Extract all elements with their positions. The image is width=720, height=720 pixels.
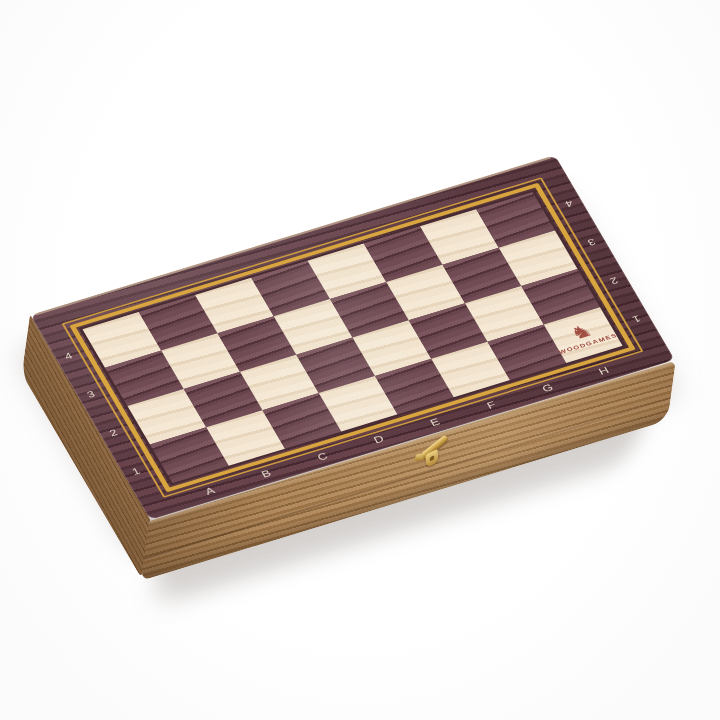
product-photo-scene: ABCDEFGH43214321 ♞ WOODGAMES	[0, 0, 720, 720]
